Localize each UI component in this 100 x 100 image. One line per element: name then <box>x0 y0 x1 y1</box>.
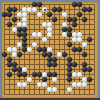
white-stone <box>77 72 82 77</box>
go-board[interactable] <box>2 2 98 98</box>
black-stone <box>87 67 92 72</box>
black-stone <box>82 17 87 22</box>
star-point <box>49 79 50 80</box>
black-stone <box>77 12 82 17</box>
black-stone <box>87 77 92 82</box>
white-stone <box>67 87 72 92</box>
white-stone <box>27 77 32 82</box>
black-stone <box>2 52 7 57</box>
white-stone <box>77 37 82 42</box>
black-stone <box>72 22 77 27</box>
black-stone <box>37 2 42 7</box>
black-stone <box>77 2 82 7</box>
white-stone <box>62 12 67 17</box>
white-stone <box>42 82 47 87</box>
last-move-marker <box>44 9 46 11</box>
black-stone <box>82 52 87 57</box>
black-stone <box>87 7 92 12</box>
black-stone <box>7 12 12 17</box>
star-point <box>19 19 20 20</box>
star-point <box>79 79 80 80</box>
white-stone <box>37 32 42 37</box>
black-stone <box>22 72 27 77</box>
star-point <box>79 19 80 20</box>
white-stone <box>52 87 57 92</box>
black-stone <box>52 17 57 22</box>
white-stone <box>82 82 87 87</box>
star-point <box>19 49 20 50</box>
black-stone <box>67 42 72 47</box>
star-point <box>49 19 50 20</box>
black-stone <box>72 62 77 67</box>
white-stone <box>22 82 27 87</box>
white-stone <box>52 77 57 82</box>
black-stone <box>12 7 17 12</box>
black-stone <box>47 12 52 17</box>
black-stone <box>17 52 22 57</box>
star-point <box>19 79 20 80</box>
black-stone <box>7 72 12 77</box>
black-stone <box>62 52 67 57</box>
white-stone <box>47 32 52 37</box>
black-stone <box>57 7 62 12</box>
white-stone <box>82 42 87 47</box>
black-stone <box>67 77 72 82</box>
go-board-frame <box>0 0 100 100</box>
white-stone <box>42 37 47 42</box>
white-stone <box>42 7 47 12</box>
black-stone <box>52 62 57 67</box>
black-stone <box>87 37 92 42</box>
white-stone <box>32 7 37 12</box>
white-stone <box>32 42 37 47</box>
black-stone <box>77 47 82 52</box>
black-stone <box>12 17 17 22</box>
white-stone <box>27 47 32 52</box>
black-stone <box>7 22 12 27</box>
white-stone <box>37 12 42 17</box>
